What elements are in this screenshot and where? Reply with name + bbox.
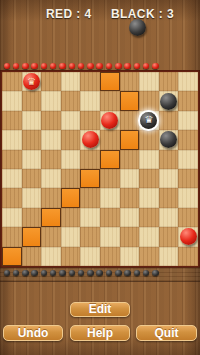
captured-red-dot xyxy=(143,63,150,70)
board-square[interactable] xyxy=(41,111,61,130)
captured-black-dot xyxy=(96,270,103,277)
captured-black-dot xyxy=(124,270,131,277)
board-square[interactable] xyxy=(139,247,159,266)
board-square[interactable] xyxy=(178,111,198,130)
board-square[interactable] xyxy=(100,227,120,246)
board-square[interactable] xyxy=(22,247,42,266)
captured-black-dot xyxy=(69,270,76,277)
board-square[interactable] xyxy=(178,169,198,188)
board-square[interactable] xyxy=(120,247,140,266)
board-square[interactable] xyxy=(178,130,198,149)
captured-black-dot xyxy=(13,270,20,277)
board-square[interactable] xyxy=(100,91,120,110)
board-square[interactable] xyxy=(159,150,179,169)
board-square[interactable] xyxy=(159,111,179,130)
highlighted-move-square[interactable] xyxy=(61,188,81,207)
board-square[interactable] xyxy=(100,188,120,207)
board-square[interactable] xyxy=(2,91,22,110)
board-square[interactable] xyxy=(120,72,140,91)
board-square[interactable] xyxy=(41,227,61,246)
board-square[interactable] xyxy=(139,208,159,227)
captured-red-dot xyxy=(4,63,11,70)
captured-red-dot xyxy=(106,63,113,70)
board-square[interactable] xyxy=(2,188,22,207)
black-score-value: 3 xyxy=(167,7,174,21)
board-square[interactable] xyxy=(139,227,159,246)
board-square[interactable] xyxy=(120,208,140,227)
board-square[interactable] xyxy=(22,111,42,130)
board-square[interactable] xyxy=(159,91,179,110)
board-square[interactable]: ♛ xyxy=(139,111,159,130)
board-square[interactable] xyxy=(120,227,140,246)
red-man[interactable] xyxy=(101,112,118,129)
board-square[interactable] xyxy=(22,188,42,207)
highlighted-move-square[interactable] xyxy=(80,169,100,188)
board-square[interactable] xyxy=(159,227,179,246)
board-square[interactable] xyxy=(80,130,100,149)
highlighted-move-square[interactable] xyxy=(22,227,42,246)
board-square[interactable] xyxy=(2,227,22,246)
captured-red-dot xyxy=(115,63,122,70)
highlighted-move-square[interactable] xyxy=(120,91,140,110)
board-square[interactable] xyxy=(120,150,140,169)
board-square[interactable] xyxy=(61,91,81,110)
captured-black-dot xyxy=(22,270,29,277)
board-square[interactable] xyxy=(2,150,22,169)
board-square[interactable] xyxy=(22,169,42,188)
board-square[interactable] xyxy=(159,72,179,91)
captured-red-dot xyxy=(96,63,103,70)
board-square[interactable] xyxy=(100,247,120,266)
board-square[interactable] xyxy=(61,111,81,130)
red-man[interactable] xyxy=(180,228,197,245)
captured-red-dot xyxy=(31,63,38,70)
captured-red-dot xyxy=(41,63,48,70)
board-square[interactable] xyxy=(139,188,159,207)
highlighted-move-square[interactable] xyxy=(100,150,120,169)
board-square[interactable] xyxy=(22,130,42,149)
black-king[interactable]: ♛ xyxy=(140,112,157,129)
crown-icon: ♛ xyxy=(140,112,157,129)
captured-red-dot xyxy=(152,63,159,70)
board-square[interactable] xyxy=(2,111,22,130)
board-square[interactable] xyxy=(139,130,159,149)
board-square[interactable] xyxy=(100,130,120,149)
red-score-text: RED : 4 xyxy=(46,7,92,21)
board-square[interactable]: ♛ xyxy=(22,72,42,91)
board-square[interactable] xyxy=(41,150,61,169)
board-square[interactable] xyxy=(41,130,61,149)
red-score-value: 4 xyxy=(84,7,91,21)
highlighted-move-square[interactable] xyxy=(100,72,120,91)
highlighted-move-square[interactable] xyxy=(2,247,22,266)
board-square[interactable] xyxy=(41,188,61,207)
board-square[interactable] xyxy=(178,91,198,110)
board-square[interactable] xyxy=(41,247,61,266)
red-score-label: RED xyxy=(46,7,73,21)
quit-button[interactable]: Quit xyxy=(136,325,197,341)
black-man[interactable] xyxy=(160,131,177,148)
highlighted-move-square[interactable] xyxy=(120,130,140,149)
board-square[interactable] xyxy=(61,208,81,227)
captured-red-dot xyxy=(69,63,76,70)
board-square[interactable] xyxy=(178,72,198,91)
board-square[interactable] xyxy=(139,150,159,169)
board-square[interactable] xyxy=(80,91,100,110)
board-square[interactable] xyxy=(159,247,179,266)
board-square[interactable] xyxy=(2,208,22,227)
board-square[interactable] xyxy=(61,130,81,149)
black-man[interactable] xyxy=(160,93,177,110)
board-square[interactable] xyxy=(61,150,81,169)
captured-red-dot xyxy=(50,63,57,70)
captured-black-dot xyxy=(152,270,159,277)
board-square[interactable] xyxy=(80,150,100,169)
board-square[interactable] xyxy=(178,247,198,266)
board-square[interactable] xyxy=(159,208,179,227)
board-square[interactable] xyxy=(2,169,22,188)
board-square[interactable] xyxy=(80,247,100,266)
captured-black-dot xyxy=(50,270,57,277)
board-square[interactable] xyxy=(41,91,61,110)
board-square[interactable] xyxy=(41,169,61,188)
crown-icon: ♛ xyxy=(23,73,40,90)
captured-red-dot xyxy=(124,63,131,70)
board-square[interactable] xyxy=(178,150,198,169)
board-square[interactable] xyxy=(178,208,198,227)
board-square[interactable] xyxy=(61,72,81,91)
captured-red-dot xyxy=(87,63,94,70)
captured-red-dot xyxy=(134,63,141,70)
board-square[interactable] xyxy=(80,227,100,246)
highlighted-move-square[interactable] xyxy=(41,208,61,227)
captured-black-dot xyxy=(59,270,66,277)
board-square[interactable] xyxy=(139,91,159,110)
captured-red-dot xyxy=(59,63,66,70)
board-square[interactable] xyxy=(80,111,100,130)
board-square[interactable] xyxy=(178,227,198,246)
captured-black-dot xyxy=(134,270,141,277)
board-square[interactable] xyxy=(120,169,140,188)
board-square[interactable] xyxy=(100,208,120,227)
edit-button[interactable]: Edit xyxy=(70,302,130,317)
captured-black-dot xyxy=(78,270,85,277)
red-king[interactable]: ♛ xyxy=(23,73,40,90)
captured-black-dot xyxy=(106,270,113,277)
captured-black-tray xyxy=(4,268,162,278)
board-square[interactable] xyxy=(2,130,22,149)
board-frame: ♛♛ xyxy=(0,70,200,268)
captured-black-dot xyxy=(4,270,11,277)
black-score-text: BLACK : 3 xyxy=(111,7,174,21)
captured-black-dot xyxy=(41,270,48,277)
red-man[interactable] xyxy=(82,131,99,148)
board-square[interactable] xyxy=(22,150,42,169)
turn-indicator-piece xyxy=(129,19,146,36)
captured-black-dot xyxy=(143,270,150,277)
captured-black-dot xyxy=(115,270,122,277)
board-square[interactable] xyxy=(159,188,179,207)
board-square[interactable] xyxy=(159,130,179,149)
board-square[interactable] xyxy=(80,72,100,91)
board: ♛♛ xyxy=(2,72,198,266)
board-square[interactable] xyxy=(80,188,100,207)
board-square[interactable] xyxy=(80,208,100,227)
undo-button[interactable]: Undo xyxy=(3,325,63,341)
board-square[interactable] xyxy=(159,169,179,188)
board-square[interactable] xyxy=(178,188,198,207)
board-square[interactable] xyxy=(120,188,140,207)
board-square[interactable] xyxy=(100,111,120,130)
board-square[interactable] xyxy=(139,72,159,91)
captured-black-dot xyxy=(31,270,38,277)
board-square[interactable] xyxy=(120,111,140,130)
board-square[interactable] xyxy=(61,247,81,266)
board-square[interactable] xyxy=(61,227,81,246)
board-square[interactable] xyxy=(61,169,81,188)
board-square[interactable] xyxy=(22,91,42,110)
captured-red-dot xyxy=(22,63,29,70)
board-square[interactable] xyxy=(41,72,61,91)
board-square[interactable] xyxy=(139,169,159,188)
captured-red-dot xyxy=(13,63,20,70)
board-square[interactable] xyxy=(100,169,120,188)
help-button[interactable]: Help xyxy=(70,325,130,341)
captured-black-dot xyxy=(87,270,94,277)
board-square[interactable] xyxy=(22,208,42,227)
captured-red-dot xyxy=(78,63,85,70)
app-screen: RED : 4 BLACK : 3 ♛♛ Edit Undo Help Quit xyxy=(0,0,200,355)
board-square[interactable] xyxy=(2,72,22,91)
